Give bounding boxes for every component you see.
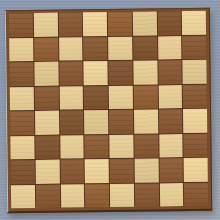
square-h5[interactable] <box>183 84 207 108</box>
square-f4[interactable] <box>134 109 158 133</box>
square-d7[interactable] <box>83 37 107 61</box>
square-f7[interactable] <box>133 36 157 60</box>
square-e4[interactable] <box>109 110 133 134</box>
square-c6[interactable] <box>59 61 83 85</box>
square-a1[interactable] <box>11 184 35 208</box>
square-c8[interactable] <box>58 12 82 36</box>
square-d6[interactable] <box>84 61 108 85</box>
square-b5[interactable] <box>34 86 58 110</box>
square-d2[interactable] <box>85 159 109 183</box>
square-e3[interactable] <box>109 134 133 158</box>
square-b8[interactable] <box>34 13 58 37</box>
square-c4[interactable] <box>59 110 83 134</box>
square-g4[interactable] <box>158 109 182 133</box>
tabletop-background <box>0 0 220 220</box>
square-g8[interactable] <box>157 11 181 35</box>
square-b4[interactable] <box>35 111 59 135</box>
square-b2[interactable] <box>35 160 59 184</box>
square-c5[interactable] <box>59 86 83 110</box>
square-g1[interactable] <box>159 183 183 207</box>
square-b1[interactable] <box>36 184 60 208</box>
square-f1[interactable] <box>135 183 159 207</box>
square-f6[interactable] <box>133 60 157 84</box>
square-e5[interactable] <box>109 85 133 109</box>
square-h2[interactable] <box>184 158 208 182</box>
square-c7[interactable] <box>59 37 83 61</box>
square-c3[interactable] <box>60 135 84 159</box>
square-d8[interactable] <box>83 12 107 36</box>
square-d1[interactable] <box>85 184 109 208</box>
square-g5[interactable] <box>158 85 182 109</box>
square-a2[interactable] <box>11 160 35 184</box>
square-a8[interactable] <box>9 13 33 37</box>
square-e1[interactable] <box>110 183 134 207</box>
square-g6[interactable] <box>158 60 182 84</box>
square-e2[interactable] <box>110 159 134 183</box>
square-f5[interactable] <box>133 85 157 109</box>
square-a3[interactable] <box>10 135 34 159</box>
square-e6[interactable] <box>108 61 132 85</box>
square-c1[interactable] <box>60 184 84 208</box>
square-c2[interactable] <box>60 159 84 183</box>
square-e8[interactable] <box>108 12 132 36</box>
square-a5[interactable] <box>10 86 34 110</box>
square-d4[interactable] <box>84 110 108 134</box>
square-h3[interactable] <box>184 133 208 157</box>
square-f8[interactable] <box>133 11 157 35</box>
board-grid <box>9 11 208 208</box>
chessboard <box>5 8 212 213</box>
square-f3[interactable] <box>134 134 158 158</box>
square-a4[interactable] <box>10 111 34 135</box>
square-g7[interactable] <box>158 36 182 60</box>
square-h8[interactable] <box>182 11 206 35</box>
square-g2[interactable] <box>159 158 183 182</box>
square-a6[interactable] <box>9 62 33 86</box>
square-b6[interactable] <box>34 62 58 86</box>
square-a7[interactable] <box>9 37 33 61</box>
square-h7[interactable] <box>182 35 206 59</box>
square-h6[interactable] <box>183 60 207 84</box>
square-b3[interactable] <box>35 135 59 159</box>
square-h1[interactable] <box>184 182 208 206</box>
square-d3[interactable] <box>85 135 109 159</box>
square-e7[interactable] <box>108 36 132 60</box>
square-f2[interactable] <box>134 158 158 182</box>
square-g3[interactable] <box>159 134 183 158</box>
square-h4[interactable] <box>183 109 207 133</box>
square-b7[interactable] <box>34 37 58 61</box>
square-d5[interactable] <box>84 86 108 110</box>
